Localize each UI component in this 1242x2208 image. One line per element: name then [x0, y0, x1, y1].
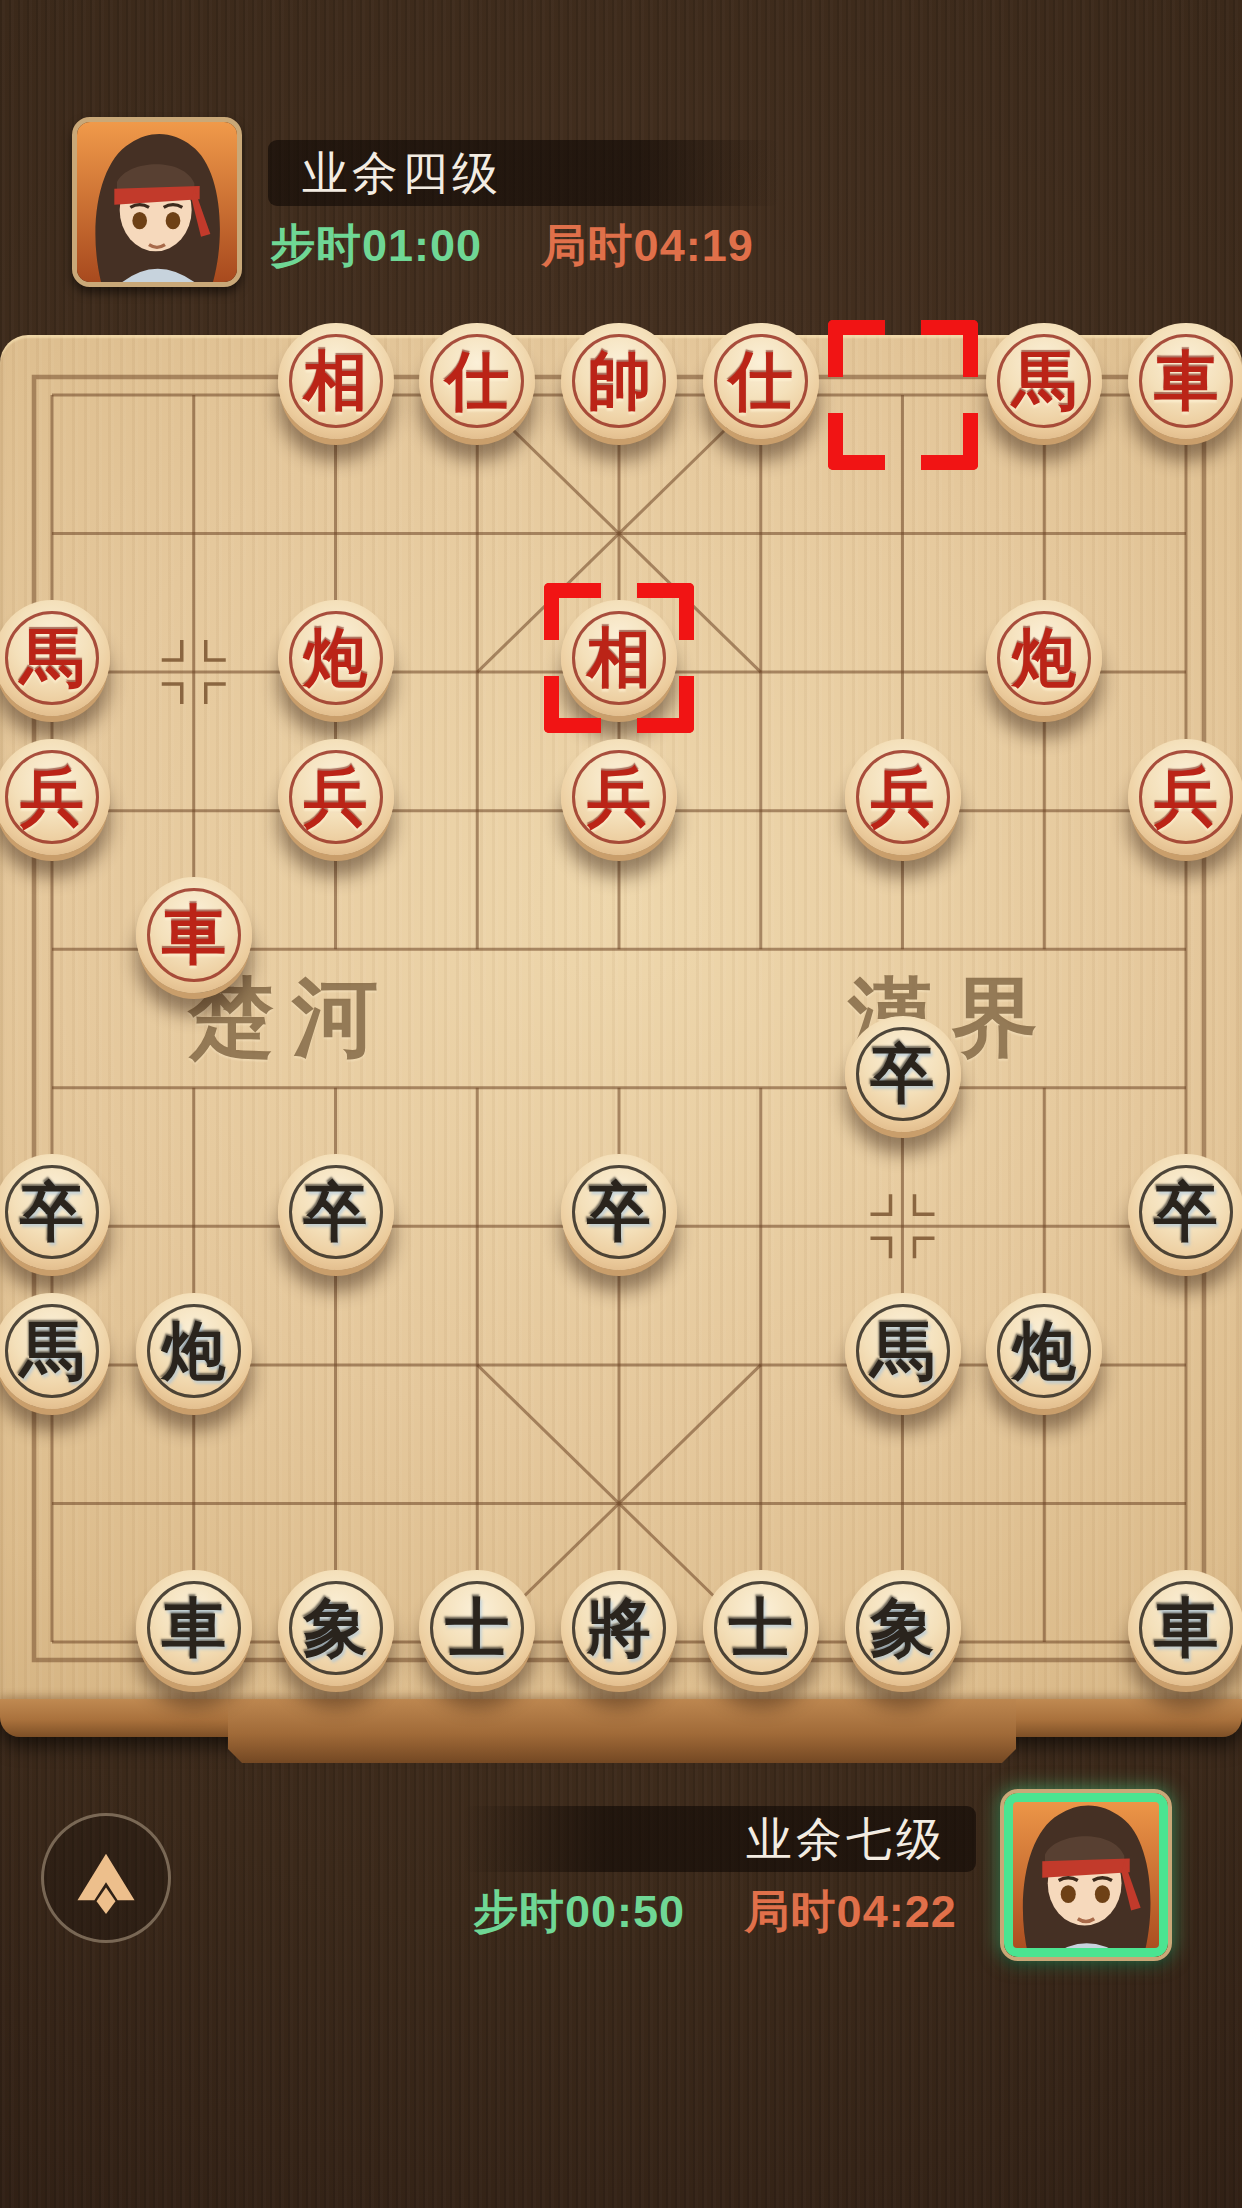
piece-glyph: 仕: [729, 349, 793, 413]
piece-black-車-f2r10[interactable]: 車: [136, 1570, 252, 1686]
opponent-total-timer: 局时04:19: [542, 220, 754, 271]
piece-glyph: 車: [1154, 1596, 1218, 1660]
piece-glyph: 兵: [304, 765, 368, 829]
piece-glyph: 炮: [1012, 626, 1076, 690]
piece-black-象-f3r10[interactable]: 象: [278, 1570, 394, 1686]
piece-red-兵-f1r4[interactable]: 兵: [0, 739, 110, 855]
piece-red-炮-f8r3[interactable]: 炮: [986, 600, 1102, 716]
piece-red-帥-f5r1[interactable]: 帥: [561, 323, 677, 439]
piece-glyph: 將: [587, 1596, 651, 1660]
piece-glyph: 馬: [871, 1319, 935, 1383]
piece-glyph: 兵: [587, 765, 651, 829]
piece-glyph: 象: [304, 1596, 368, 1660]
piece-red-兵-f5r4[interactable]: 兵: [561, 739, 677, 855]
piece-black-炮-f2r8[interactable]: 炮: [136, 1293, 252, 1409]
piece-glyph: 帥: [587, 349, 651, 413]
piece-glyph: 兵: [20, 765, 84, 829]
piece-red-相-f3r1[interactable]: 相: [278, 323, 394, 439]
board-bottom-edge-notch: [228, 1699, 1016, 1763]
piece-glyph: 車: [1154, 349, 1218, 413]
piece-glyph: 車: [162, 903, 226, 967]
piece-red-兵-f9r4[interactable]: 兵: [1128, 739, 1242, 855]
piece-glyph: 仕: [445, 349, 509, 413]
opponent-move-timer: 步时01:00: [270, 220, 482, 271]
piece-red-仕-f4r1[interactable]: 仕: [419, 323, 535, 439]
player-move-timer: 步时00:50: [473, 1886, 685, 1937]
collapse-menu-button[interactable]: [41, 1813, 171, 1943]
piece-red-兵-f7r4[interactable]: 兵: [845, 739, 961, 855]
piece-glyph: 炮: [162, 1319, 226, 1383]
piece-black-卒-f3r7[interactable]: 卒: [278, 1154, 394, 1270]
player-timers: 步时00:50 局时04:22: [473, 1882, 957, 1942]
piece-glyph: 炮: [304, 626, 368, 690]
xiangqi-match-screen: 楚河 漢界 相仕帥仕馬車馬炮相炮兵兵兵兵兵車卒卒卒卒卒馬炮馬炮車象士將士象車 业…: [0, 0, 1242, 2208]
piece-black-馬-f7r8[interactable]: 馬: [845, 1293, 961, 1409]
player-name: 业余七级: [462, 1806, 976, 1872]
piece-black-卒-f7r6[interactable]: 卒: [845, 1016, 961, 1132]
chevron-up-mountain-icon: [68, 1841, 144, 1915]
piece-glyph: 象: [871, 1596, 935, 1660]
piece-black-士-f6r10[interactable]: 士: [703, 1570, 819, 1686]
piece-glyph: 兵: [871, 765, 935, 829]
piece-glyph: 相: [304, 349, 368, 413]
piece-red-相-f5r3[interactable]: 相: [561, 600, 677, 716]
piece-black-卒-f9r7[interactable]: 卒: [1128, 1154, 1242, 1270]
piece-glyph: 卒: [587, 1180, 651, 1244]
piece-glyph: 馬: [20, 1319, 84, 1383]
piece-red-車-f9r1[interactable]: 車: [1128, 323, 1242, 439]
piece-glyph: 相: [587, 626, 651, 690]
piece-glyph: 車: [162, 1596, 226, 1660]
piece-glyph: 馬: [20, 626, 84, 690]
piece-black-象-f7r10[interactable]: 象: [845, 1570, 961, 1686]
piece-glyph: 兵: [1154, 765, 1218, 829]
piece-black-卒-f5r7[interactable]: 卒: [561, 1154, 677, 1270]
piece-red-兵-f3r4[interactable]: 兵: [278, 739, 394, 855]
piece-glyph: 士: [445, 1596, 509, 1660]
piece-glyph: 卒: [304, 1180, 368, 1244]
opponent-timers: 步时01:00 局时04:19: [270, 216, 754, 276]
opponent-avatar[interactable]: [72, 117, 242, 287]
piece-black-將-f5r10[interactable]: 將: [561, 1570, 677, 1686]
piece-glyph: 炮: [1012, 1319, 1076, 1383]
piece-red-馬-f8r1[interactable]: 馬: [986, 323, 1102, 439]
player-total-timer: 局时04:22: [745, 1886, 957, 1937]
piece-glyph: 卒: [871, 1042, 935, 1106]
piece-black-士-f4r10[interactable]: 士: [419, 1570, 535, 1686]
piece-red-炮-f3r3[interactable]: 炮: [278, 600, 394, 716]
opponent-name: 业余四级: [268, 140, 780, 206]
active-turn-indicator: [1004, 1793, 1168, 1957]
piece-black-馬-f1r8[interactable]: 馬: [0, 1293, 110, 1409]
piece-red-仕-f6r1[interactable]: 仕: [703, 323, 819, 439]
piece-glyph: 卒: [20, 1180, 84, 1244]
player-avatar-active[interactable]: [1000, 1789, 1172, 1961]
piece-black-車-f9r10[interactable]: 車: [1128, 1570, 1242, 1686]
piece-black-炮-f8r8[interactable]: 炮: [986, 1293, 1102, 1409]
piece-glyph: 卒: [1154, 1180, 1218, 1244]
avatar-art: [77, 122, 237, 282]
piece-glyph: 士: [729, 1596, 793, 1660]
piece-glyph: 馬: [1012, 349, 1076, 413]
piece-red-車-f2r5[interactable]: 車: [136, 877, 252, 993]
